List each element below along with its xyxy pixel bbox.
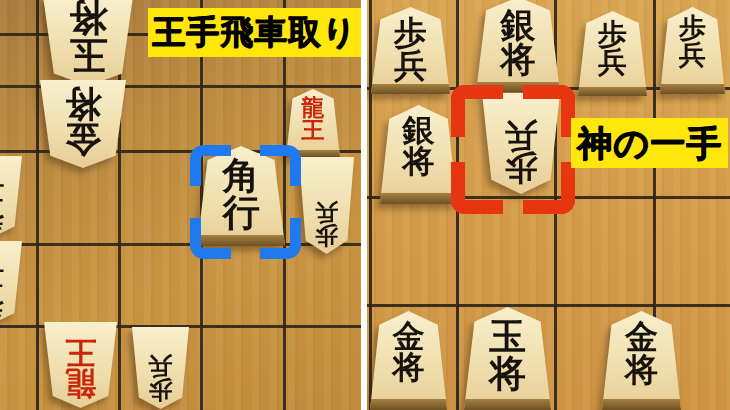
piece-kanji: 歩兵: [578, 11, 647, 96]
highlight-corner-bracket: [451, 85, 503, 137]
shogi-piece-歩兵-gote[interactable]: 歩兵: [132, 327, 189, 409]
shogi-piece-龍王-gote[interactable]: 龍王: [44, 322, 117, 408]
shogi-piece-玉将-gote[interactable]: 玉将: [43, 0, 133, 86]
highlight-corner-bracket: [260, 218, 301, 259]
piece-kanji: 玉将: [464, 307, 551, 410]
shogi-piece-歩兵-gote[interactable]: 歩兵: [299, 157, 354, 254]
piece-kanji: 歩兵: [660, 7, 725, 94]
piece-kanji: 金将: [602, 311, 681, 410]
shogi-piece-玉将-sente[interactable]: 玉将: [464, 307, 551, 410]
piece-kanji: 銀将: [476, 0, 560, 92]
shogi-piece-歩兵-sente[interactable]: 歩兵: [371, 7, 450, 94]
piece-kanji: 金将: [370, 311, 447, 410]
shogi-piece-金将-gote[interactable]: 金将: [40, 80, 126, 168]
piece-kanji: 銀将: [380, 105, 457, 204]
highlight-corner-bracket: [523, 85, 575, 137]
highlight-corner-bracket: [523, 162, 575, 214]
shogi-piece-銀将-sente[interactable]: 銀将: [476, 0, 560, 92]
shogi-piece-香車-gote[interactable]: 香車: [0, 241, 22, 325]
piece-kanji: 玉将: [43, 0, 133, 86]
highlight-corner-bracket: [451, 162, 503, 214]
shogi-piece-香車-gote[interactable]: 香車: [0, 156, 22, 238]
caption-right: 神の一手: [571, 118, 728, 168]
shogi-piece-歩兵-sente[interactable]: 歩兵: [660, 7, 725, 94]
shogi-piece-銀将-sente[interactable]: 銀将: [380, 105, 457, 204]
board-grid-line: [36, 0, 39, 410]
shogi-piece-金将-sente[interactable]: 金将: [602, 311, 681, 410]
piece-kanji: 香車: [0, 241, 22, 325]
highlight-corner-bracket: [190, 145, 231, 186]
piece-kanji: 龍王: [44, 322, 117, 408]
shogi-piece-歩兵-sente[interactable]: 歩兵: [578, 11, 647, 96]
piece-kanji: 金将: [40, 80, 126, 168]
highlight-corner-bracket: [260, 145, 301, 186]
piece-kanji: 歩兵: [132, 327, 189, 409]
shogi-piece-金将-sente[interactable]: 金将: [370, 311, 447, 410]
piece-kanji: 歩兵: [371, 7, 450, 94]
board-right[interactable]: 歩兵銀将歩兵歩兵銀将歩兵金将玉将金将神の一手: [367, 0, 730, 410]
board-left[interactable]: 玉将金将香車香車角行龍王歩兵龍王歩兵王手飛車取り: [0, 0, 361, 410]
piece-kanji: 香車: [0, 156, 22, 238]
highlight-corner-bracket: [190, 218, 231, 259]
piece-kanji: 歩兵: [299, 157, 354, 254]
caption-left: 王手飛車取り: [148, 8, 361, 57]
shogi-thumbnail: 玉将金将香車香車角行龍王歩兵龍王歩兵王手飛車取り 歩兵銀将歩兵歩兵銀将歩兵金将玉…: [0, 0, 730, 410]
